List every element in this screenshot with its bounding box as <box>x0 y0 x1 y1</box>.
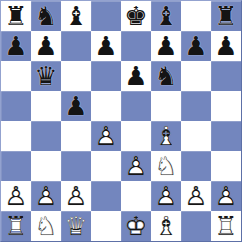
black-bishop[interactable]: ♝ <box>61 1 91 31</box>
piece-outline: ♕ <box>61 211 91 241</box>
square-d2[interactable] <box>91 181 121 211</box>
black-queen[interactable]: ♛ <box>31 61 61 91</box>
square-a8[interactable]: ♜ <box>1 1 31 31</box>
black-bishop[interactable]: ♝ <box>151 1 181 31</box>
square-c5[interactable]: ♟︎ <box>61 91 91 121</box>
white-pawn[interactable]: ♟︎♙ <box>181 181 211 211</box>
white-pawn[interactable]: ♟︎♙ <box>31 181 61 211</box>
piece-outline: ♘ <box>151 151 181 181</box>
piece-outline: ♙ <box>91 121 121 151</box>
square-f7[interactable]: ♟︎ <box>151 31 181 61</box>
piece-outline: ♔ <box>121 211 151 241</box>
square-h1[interactable]: ♜♖ <box>211 211 241 241</box>
white-pawn[interactable]: ♟︎♙ <box>1 181 31 211</box>
square-c8[interactable]: ♝ <box>61 1 91 31</box>
black-pawn[interactable]: ♟︎ <box>121 61 151 91</box>
black-knight[interactable]: ♞ <box>31 1 61 31</box>
black-pawn[interactable]: ♟︎ <box>211 31 241 61</box>
white-pawn[interactable]: ♟︎♙ <box>61 181 91 211</box>
square-d6[interactable] <box>91 61 121 91</box>
black-king[interactable]: ♚ <box>121 1 151 31</box>
square-f4[interactable]: ♝♗ <box>151 121 181 151</box>
white-knight[interactable]: ♞♘ <box>31 211 61 241</box>
black-pawn[interactable]: ♟︎ <box>181 31 211 61</box>
square-f3[interactable]: ♞♘ <box>151 151 181 181</box>
piece-outline: ♙ <box>181 181 211 211</box>
square-g6[interactable] <box>181 61 211 91</box>
white-queen[interactable]: ♛♕ <box>61 211 91 241</box>
square-a6[interactable] <box>1 61 31 91</box>
square-b2[interactable]: ♟︎♙ <box>31 181 61 211</box>
square-e3[interactable]: ♟︎♙ <box>121 151 151 181</box>
square-h7[interactable]: ♟︎ <box>211 31 241 61</box>
piece-outline: ♙ <box>121 151 151 181</box>
piece-outline: ♖ <box>211 211 241 241</box>
square-c3[interactable] <box>61 151 91 181</box>
square-g4[interactable] <box>181 121 211 151</box>
square-g2[interactable]: ♟︎♙ <box>181 181 211 211</box>
piece-outline: ♙ <box>61 181 91 211</box>
square-h4[interactable] <box>211 121 241 151</box>
white-bishop[interactable]: ♝♗ <box>151 121 181 151</box>
square-b1[interactable]: ♞♘ <box>31 211 61 241</box>
piece-outline: ♙ <box>31 181 61 211</box>
black-rook[interactable]: ♜ <box>1 1 31 31</box>
square-b5[interactable] <box>31 91 61 121</box>
square-d7[interactable]: ♟︎ <box>91 31 121 61</box>
square-g8[interactable] <box>181 1 211 31</box>
piece-outline: ♘ <box>31 211 61 241</box>
square-d5[interactable] <box>91 91 121 121</box>
piece-outline: ♖ <box>1 211 31 241</box>
piece-outline: ♙ <box>211 181 241 211</box>
black-pawn[interactable]: ♟︎ <box>31 31 61 61</box>
piece-outline: ♙ <box>151 181 181 211</box>
piece-outline: ♗ <box>151 121 181 151</box>
square-b7[interactable]: ♟︎ <box>31 31 61 61</box>
square-e8[interactable]: ♚ <box>121 1 151 31</box>
square-f1[interactable]: ♝♗ <box>151 211 181 241</box>
square-a2[interactable]: ♟︎♙ <box>1 181 31 211</box>
square-a3[interactable] <box>1 151 31 181</box>
square-f5[interactable] <box>151 91 181 121</box>
square-f6[interactable]: ♞ <box>151 61 181 91</box>
square-h6[interactable] <box>211 61 241 91</box>
square-g1[interactable] <box>181 211 211 241</box>
piece-outline: ♙ <box>1 181 31 211</box>
black-rook[interactable]: ♜ <box>211 1 241 31</box>
white-king[interactable]: ♚♔ <box>121 211 151 241</box>
square-g5[interactable] <box>181 91 211 121</box>
black-knight[interactable]: ♞ <box>151 61 181 91</box>
square-a4[interactable] <box>1 121 31 151</box>
square-c4[interactable] <box>61 121 91 151</box>
square-g7[interactable]: ♟︎ <box>181 31 211 61</box>
black-pawn[interactable]: ♟︎ <box>151 31 181 61</box>
square-b6[interactable]: ♛ <box>31 61 61 91</box>
square-e2[interactable] <box>121 181 151 211</box>
square-e1[interactable]: ♚♔ <box>121 211 151 241</box>
square-c6[interactable] <box>61 61 91 91</box>
black-pawn[interactable]: ♟︎ <box>1 31 31 61</box>
square-a5[interactable] <box>1 91 31 121</box>
square-b4[interactable] <box>31 121 61 151</box>
black-pawn[interactable]: ♟︎ <box>91 31 121 61</box>
white-pawn[interactable]: ♟︎♙ <box>211 181 241 211</box>
square-d4[interactable]: ♟︎♙ <box>91 121 121 151</box>
square-h2[interactable]: ♟︎♙ <box>211 181 241 211</box>
white-knight[interactable]: ♞♘ <box>151 151 181 181</box>
square-h8[interactable]: ♜ <box>211 1 241 31</box>
square-c1[interactable]: ♛♕ <box>61 211 91 241</box>
square-a7[interactable]: ♟︎ <box>1 31 31 61</box>
white-pawn[interactable]: ♟︎♙ <box>151 181 181 211</box>
white-bishop[interactable]: ♝♗ <box>151 211 181 241</box>
square-f8[interactable]: ♝ <box>151 1 181 31</box>
square-c7[interactable] <box>61 31 91 61</box>
square-g3[interactable] <box>181 151 211 181</box>
square-d3[interactable] <box>91 151 121 181</box>
square-h5[interactable] <box>211 91 241 121</box>
white-rook[interactable]: ♜♖ <box>211 211 241 241</box>
square-d1[interactable] <box>91 211 121 241</box>
square-c2[interactable]: ♟︎♙ <box>61 181 91 211</box>
square-e5[interactable] <box>121 91 151 121</box>
chess-board: ♜♞♝♚♝♜♟︎♟︎♟︎♟︎♟︎♟︎♛♟︎♞♟︎♟︎♙♝♗♟︎♙♞♘♟︎♙♟︎♙… <box>0 0 242 242</box>
black-pawn[interactable]: ♟︎ <box>61 91 91 121</box>
square-e4[interactable] <box>121 121 151 151</box>
square-a1[interactable]: ♜♖ <box>1 211 31 241</box>
square-e6[interactable]: ♟︎ <box>121 61 151 91</box>
square-e7[interactable] <box>121 31 151 61</box>
piece-outline: ♗ <box>151 211 181 241</box>
square-f2[interactable]: ♟︎♙ <box>151 181 181 211</box>
square-h3[interactable] <box>211 151 241 181</box>
square-b8[interactable]: ♞ <box>31 1 61 31</box>
white-pawn[interactable]: ♟︎♙ <box>91 121 121 151</box>
white-pawn[interactable]: ♟︎♙ <box>121 151 151 181</box>
square-b3[interactable] <box>31 151 61 181</box>
square-d8[interactable] <box>91 1 121 31</box>
white-rook[interactable]: ♜♖ <box>1 211 31 241</box>
